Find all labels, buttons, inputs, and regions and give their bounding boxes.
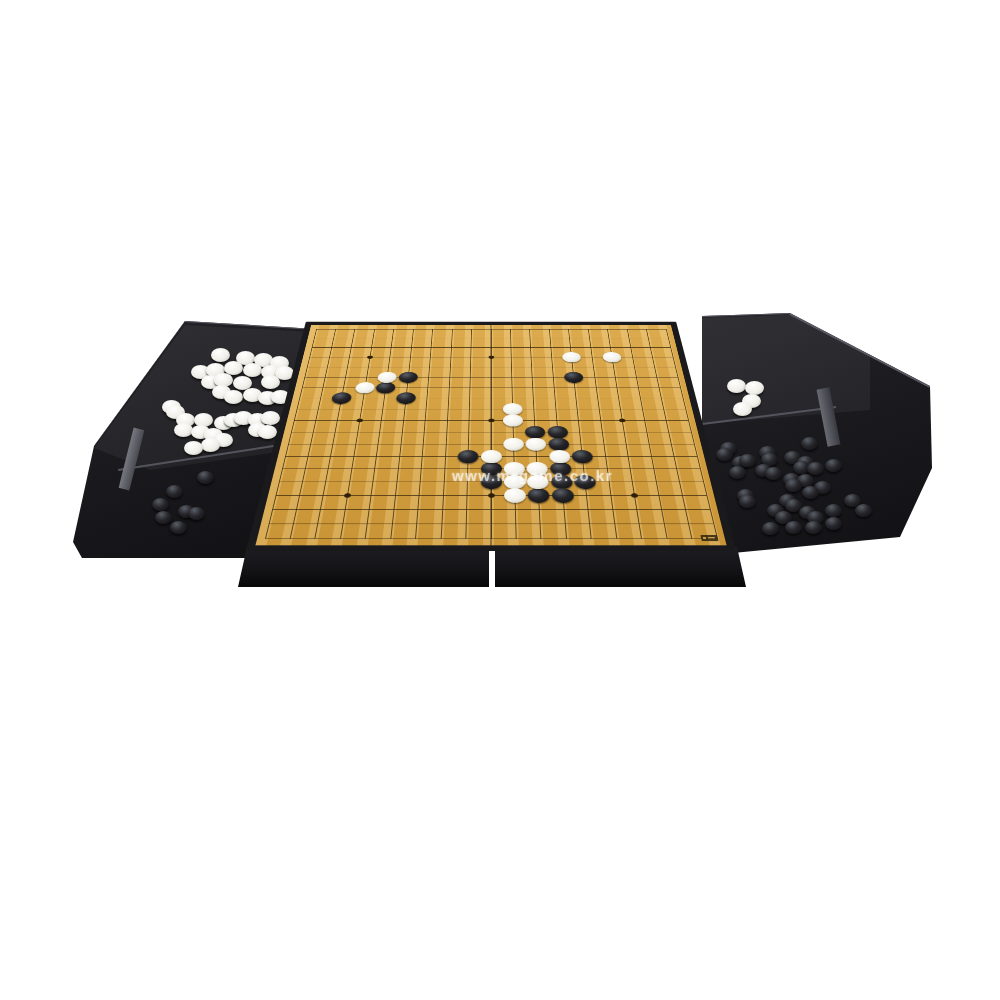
black-stone [395, 393, 415, 404]
grid-line-horizontal [272, 509, 710, 510]
star-point [356, 419, 363, 423]
grid-line-vertical [290, 329, 336, 538]
board-case [246, 322, 736, 551]
board-surface [255, 325, 726, 545]
black-stone [331, 393, 352, 404]
grid-line-horizontal [288, 444, 694, 445]
grid-line-vertical [510, 329, 517, 538]
right-tray-upper-compartment [695, 310, 940, 560]
grid-line-vertical [646, 329, 692, 538]
white-stone [504, 488, 526, 502]
star-point [344, 493, 351, 497]
white-stone [503, 414, 523, 426]
black-stone [547, 426, 568, 438]
black-stone [376, 382, 396, 393]
grid-line-horizontal [269, 523, 714, 524]
star-point [367, 356, 373, 359]
white-stone [503, 403, 523, 415]
grid-line-vertical [415, 329, 433, 538]
star-point [488, 356, 494, 359]
black-stone [525, 426, 546, 438]
star-point [488, 493, 495, 497]
maker-stamp-icon [700, 535, 718, 541]
star-point [488, 419, 494, 423]
grid-line-vertical [491, 329, 492, 538]
white-stone [549, 450, 571, 463]
grid-line-vertical [390, 329, 414, 538]
white-stone [602, 352, 622, 362]
right-stone-tray [695, 310, 940, 560]
case-front-right [495, 547, 746, 587]
black-stone [572, 450, 594, 463]
white-stone [562, 352, 581, 362]
grid-line-vertical [465, 329, 472, 538]
star-point [631, 493, 638, 497]
star-point [619, 419, 626, 423]
black-stone [548, 438, 569, 451]
black-stone [564, 372, 584, 383]
grid-line-vertical [440, 329, 452, 538]
black-stone [528, 488, 550, 502]
white-stone [503, 438, 524, 451]
white-stone [354, 382, 375, 393]
black-stone [458, 450, 479, 463]
scene: www.mrgame.co.kr [0, 0, 1000, 1000]
grid-line-horizontal [291, 432, 691, 433]
black-stone [398, 372, 418, 383]
black-stone [551, 488, 574, 502]
watermark-text: www.mrgame.co.kr [452, 467, 613, 484]
grid-line-vertical [315, 329, 356, 538]
white-stone [526, 438, 547, 451]
grid-line-vertical [627, 329, 668, 538]
case-front-left [238, 547, 489, 587]
white-stone [377, 372, 397, 383]
white-stone [481, 450, 502, 463]
grid-line-horizontal [265, 538, 717, 539]
